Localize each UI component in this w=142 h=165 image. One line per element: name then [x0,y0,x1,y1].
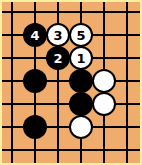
white-stone-move-3: 3 [46,23,70,47]
black-stone [23,115,47,139]
black-stone [69,69,93,93]
grid-line-v-0 [11,2,13,163]
go-board: 43521 [2,2,140,163]
grid-line-v-5 [126,2,128,163]
go-diagram-frame: 43521 [0,0,142,165]
black-stone [69,92,93,116]
white-stone [92,69,116,93]
black-stone-move-2: 2 [46,46,70,70]
grid-line-h-0 [2,11,140,13]
grid-line-h-6 [2,149,140,151]
white-stone [69,115,93,139]
black-stone-move-4: 4 [23,23,47,47]
white-stone-move-1: 1 [69,46,93,70]
black-stone [23,69,47,93]
white-stone-move-5: 5 [69,23,93,47]
white-stone [92,92,116,116]
